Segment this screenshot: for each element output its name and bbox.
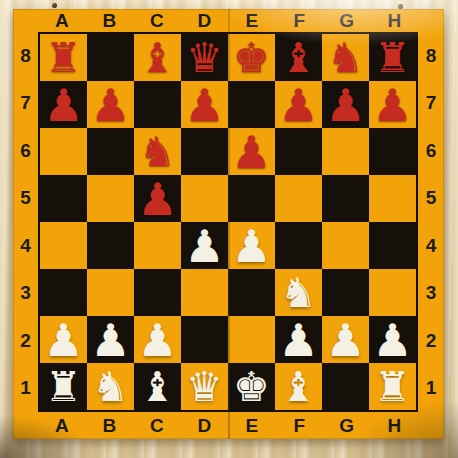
square-h7[interactable]: ♟: [369, 81, 416, 128]
white-pawn-c2[interactable]: ♟: [137, 318, 177, 363]
white-pawn-d4[interactable]: ♟: [184, 224, 224, 269]
red-queen-d8[interactable]: ♛: [186, 38, 223, 79]
chess-grid: ♜♝♛♚♝♞♜♟♟♟♟♟♟♞♟♟♟♟♞♟♟♟♟♟♟♜♞♝♛♚♝♜: [38, 32, 418, 412]
square-d5[interactable]: [181, 175, 228, 222]
square-g6[interactable]: [322, 128, 369, 175]
square-e7[interactable]: [228, 81, 275, 128]
square-c2[interactable]: ♟: [134, 316, 181, 363]
square-e6[interactable]: ♟: [228, 128, 275, 175]
square-a3[interactable]: [40, 269, 87, 316]
demonstration-chessboard-photo: ABCDEFGH ABCDEFGH 87654321 87654321 ♜♝♛♚…: [0, 0, 458, 458]
square-f1[interactable]: ♝: [275, 363, 322, 410]
rank-label-left-7: 7: [13, 80, 38, 128]
red-pawn-h7[interactable]: ♟: [372, 83, 412, 128]
rank-label-left-3: 3: [13, 270, 38, 318]
square-c4[interactable]: [134, 222, 181, 269]
square-a4[interactable]: [40, 222, 87, 269]
rank-label-left-5: 5: [13, 175, 38, 223]
file-label-top-e: E: [228, 9, 276, 32]
file-label-top-f: F: [276, 9, 324, 32]
square-b8[interactable]: [87, 34, 134, 81]
square-e5[interactable]: [228, 175, 275, 222]
red-rook-h8[interactable]: ♜: [374, 38, 411, 79]
white-knight-f3[interactable]: ♞: [280, 273, 317, 314]
red-bishop-c8[interactable]: ♝: [139, 38, 176, 79]
rank-label-left-4: 4: [13, 222, 38, 270]
file-labels-bottom: ABCDEFGH: [38, 412, 418, 439]
white-bishop-c1[interactable]: ♝: [139, 367, 176, 408]
square-h1[interactable]: ♜: [369, 363, 416, 410]
red-pawn-c5[interactable]: ♟: [137, 177, 177, 222]
white-rook-h1[interactable]: ♜: [374, 367, 411, 408]
square-h6[interactable]: [369, 128, 416, 175]
file-label-bottom-f: F: [276, 412, 324, 439]
square-c3[interactable]: [134, 269, 181, 316]
nail-icon: [52, 3, 57, 8]
square-h5[interactable]: [369, 175, 416, 222]
red-bishop-f8[interactable]: ♝: [280, 38, 317, 79]
file-label-bottom-h: H: [371, 412, 419, 439]
square-d8[interactable]: ♛: [181, 34, 228, 81]
file-label-bottom-e: E: [228, 412, 276, 439]
square-g2[interactable]: ♟: [322, 316, 369, 363]
rank-label-left-1: 1: [13, 365, 38, 413]
white-pawn-b2[interactable]: ♟: [90, 318, 130, 363]
rank-label-right-5: 5: [418, 175, 444, 223]
square-h4[interactable]: [369, 222, 416, 269]
square-b7[interactable]: ♟: [87, 81, 134, 128]
square-a2[interactable]: ♟: [40, 316, 87, 363]
red-pawn-f7[interactable]: ♟: [278, 83, 318, 128]
square-d6[interactable]: [181, 128, 228, 175]
square-d3[interactable]: [181, 269, 228, 316]
square-b1[interactable]: ♞: [87, 363, 134, 410]
file-label-top-b: B: [86, 9, 134, 32]
file-label-bottom-b: B: [86, 412, 134, 439]
red-pawn-d7[interactable]: ♟: [184, 83, 224, 128]
square-h2[interactable]: ♟: [369, 316, 416, 363]
square-f3[interactable]: ♞: [275, 269, 322, 316]
red-king-e8[interactable]: ♚: [233, 38, 270, 79]
rank-labels-right: 87654321: [418, 32, 444, 412]
square-a1[interactable]: ♜: [40, 363, 87, 410]
rank-label-right-2: 2: [418, 317, 444, 365]
square-g4[interactable]: [322, 222, 369, 269]
square-b5[interactable]: [87, 175, 134, 222]
rank-labels-left: 87654321: [13, 32, 38, 412]
square-c6[interactable]: ♞: [134, 128, 181, 175]
rank-label-right-4: 4: [418, 222, 444, 270]
file-label-top-c: C: [133, 9, 181, 32]
square-d1[interactable]: ♛: [181, 363, 228, 410]
square-d4[interactable]: ♟: [181, 222, 228, 269]
white-pawn-g2[interactable]: ♟: [325, 318, 365, 363]
square-f5[interactable]: [275, 175, 322, 222]
square-a8[interactable]: ♜: [40, 34, 87, 81]
square-f8[interactable]: ♝: [275, 34, 322, 81]
square-g3[interactable]: [322, 269, 369, 316]
white-king-e1[interactable]: ♚: [233, 367, 270, 408]
rank-label-right-7: 7: [418, 80, 444, 128]
square-a7[interactable]: ♟: [40, 81, 87, 128]
file-label-bottom-a: A: [38, 412, 86, 439]
red-pawn-b7[interactable]: ♟: [90, 83, 130, 128]
red-knight-c6[interactable]: ♞: [139, 132, 176, 173]
square-e8[interactable]: ♚: [228, 34, 275, 81]
red-pawn-g7[interactable]: ♟: [325, 83, 365, 128]
file-label-top-d: D: [181, 9, 229, 32]
square-e4[interactable]: ♟: [228, 222, 275, 269]
file-labels-top: ABCDEFGH: [38, 9, 418, 32]
square-f4[interactable]: [275, 222, 322, 269]
rank-label-right-1: 1: [418, 365, 444, 413]
square-g5[interactable]: [322, 175, 369, 222]
square-g7[interactable]: ♟: [322, 81, 369, 128]
file-label-bottom-c: C: [133, 412, 181, 439]
red-knight-g8[interactable]: ♞: [327, 38, 364, 79]
white-pawn-e4[interactable]: ♟: [231, 224, 271, 269]
file-label-top-a: A: [38, 9, 86, 32]
red-rook-a8[interactable]: ♜: [45, 38, 82, 79]
square-b3[interactable]: [87, 269, 134, 316]
square-g8[interactable]: ♞: [322, 34, 369, 81]
red-pawn-e6[interactable]: ♟: [231, 130, 271, 175]
white-bishop-f1[interactable]: ♝: [280, 367, 317, 408]
square-b6[interactable]: [87, 128, 134, 175]
square-a5[interactable]: [40, 175, 87, 222]
white-pawn-h2[interactable]: ♟: [372, 318, 412, 363]
square-a6[interactable]: [40, 128, 87, 175]
square-h8[interactable]: ♜: [369, 34, 416, 81]
rank-label-left-2: 2: [13, 317, 38, 365]
rank-label-right-3: 3: [418, 270, 444, 318]
white-knight-b1[interactable]: ♞: [92, 367, 129, 408]
rank-label-right-8: 8: [418, 32, 444, 80]
square-e1[interactable]: ♚: [228, 363, 275, 410]
square-d2[interactable]: [181, 316, 228, 363]
file-label-bottom-d: D: [181, 412, 229, 439]
square-e2[interactable]: [228, 316, 275, 363]
square-g1[interactable]: [322, 363, 369, 410]
square-f7[interactable]: ♟: [275, 81, 322, 128]
rank-label-left-8: 8: [13, 32, 38, 80]
square-f6[interactable]: [275, 128, 322, 175]
square-c7[interactable]: [134, 81, 181, 128]
chessboard: ABCDEFGH ABCDEFGH 87654321 87654321 ♜♝♛♚…: [13, 9, 444, 439]
square-c8[interactable]: ♝: [134, 34, 181, 81]
square-c1[interactable]: ♝: [134, 363, 181, 410]
square-h3[interactable]: [369, 269, 416, 316]
square-d7[interactable]: ♟: [181, 81, 228, 128]
square-e3[interactable]: [228, 269, 275, 316]
white-pawn-a2[interactable]: ♟: [43, 318, 83, 363]
rank-label-right-6: 6: [418, 127, 444, 175]
white-rook-a1[interactable]: ♜: [45, 367, 82, 408]
file-label-top-g: G: [323, 9, 371, 32]
file-label-top-h: H: [371, 9, 419, 32]
rank-label-left-6: 6: [13, 127, 38, 175]
square-b2[interactable]: ♟: [87, 316, 134, 363]
square-c5[interactable]: ♟: [134, 175, 181, 222]
red-pawn-a7[interactable]: ♟: [43, 83, 83, 128]
square-b4[interactable]: [87, 222, 134, 269]
file-label-bottom-g: G: [323, 412, 371, 439]
square-f2[interactable]: ♟: [275, 316, 322, 363]
white-queen-d1[interactable]: ♛: [186, 367, 223, 408]
white-pawn-f2[interactable]: ♟: [278, 318, 318, 363]
